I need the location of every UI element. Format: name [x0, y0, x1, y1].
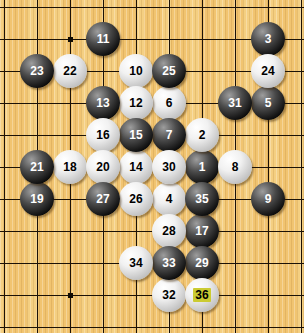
stone-1[interactable]: 1 — [185, 150, 219, 184]
move-number: 6 — [166, 96, 173, 110]
stone-35[interactable]: 35 — [185, 182, 219, 216]
star-point — [68, 293, 73, 298]
move-number: 7 — [166, 128, 173, 142]
stone-27[interactable]: 27 — [86, 182, 120, 216]
stone-8[interactable]: 8 — [218, 150, 252, 184]
stone-17[interactable]: 17 — [185, 214, 219, 248]
move-number: 28 — [162, 224, 175, 238]
stone-16[interactable]: 16 — [86, 118, 120, 152]
stone-15[interactable]: 15 — [119, 118, 153, 152]
stone-19[interactable]: 19 — [20, 182, 54, 216]
grid-line-horizontal — [0, 327, 304, 328]
move-number: 13 — [96, 96, 109, 110]
move-number-last-move: 36 — [193, 288, 210, 302]
move-number: 32 — [162, 288, 175, 302]
move-number: 17 — [195, 224, 208, 238]
go-board[interactable]: 1234567891011121314151617181920212223242… — [0, 0, 304, 333]
stone-36[interactable]: 36 — [185, 278, 219, 312]
move-number: 29 — [195, 256, 208, 270]
stone-22[interactable]: 22 — [53, 54, 87, 88]
stone-14[interactable]: 14 — [119, 150, 153, 184]
move-number: 25 — [162, 64, 175, 78]
stone-3[interactable]: 3 — [251, 22, 285, 56]
move-number: 33 — [162, 256, 175, 270]
move-number: 12 — [129, 96, 142, 110]
move-number: 18 — [63, 160, 76, 174]
grid-line-horizontal — [0, 7, 304, 8]
stone-34[interactable]: 34 — [119, 246, 153, 280]
move-number: 10 — [129, 64, 142, 78]
stone-25[interactable]: 25 — [152, 54, 186, 88]
move-number: 9 — [265, 192, 272, 206]
move-number: 5 — [265, 96, 272, 110]
move-number: 31 — [228, 96, 241, 110]
stone-18[interactable]: 18 — [53, 150, 87, 184]
stone-10[interactable]: 10 — [119, 54, 153, 88]
stone-7[interactable]: 7 — [152, 118, 186, 152]
move-number: 4 — [166, 192, 173, 206]
stone-21[interactable]: 21 — [20, 150, 54, 184]
move-number: 2 — [199, 128, 206, 142]
stone-32[interactable]: 32 — [152, 278, 186, 312]
stone-24[interactable]: 24 — [251, 54, 285, 88]
move-number: 11 — [97, 32, 110, 46]
stone-6[interactable]: 6 — [152, 86, 186, 120]
stone-31[interactable]: 31 — [218, 86, 252, 120]
move-number: 30 — [162, 160, 175, 174]
move-number: 1 — [199, 160, 206, 174]
move-number: 27 — [96, 192, 109, 206]
stone-9[interactable]: 9 — [251, 182, 285, 216]
star-point — [68, 37, 73, 42]
stone-13[interactable]: 13 — [86, 86, 120, 120]
stone-33[interactable]: 33 — [152, 246, 186, 280]
move-number: 14 — [129, 160, 142, 174]
stone-28[interactable]: 28 — [152, 214, 186, 248]
screenshot-stage: 1234567891011121314151617181920212223242… — [0, 0, 304, 333]
move-number: 24 — [261, 64, 274, 78]
move-number: 8 — [232, 160, 239, 174]
move-number: 20 — [96, 160, 109, 174]
move-number: 3 — [265, 32, 272, 46]
stone-12[interactable]: 12 — [119, 86, 153, 120]
move-number: 15 — [129, 128, 142, 142]
stone-30[interactable]: 30 — [152, 150, 186, 184]
stone-23[interactable]: 23 — [20, 54, 54, 88]
move-number: 34 — [129, 256, 142, 270]
move-number: 21 — [30, 160, 43, 174]
move-number: 23 — [30, 64, 43, 78]
stone-20[interactable]: 20 — [86, 150, 120, 184]
stone-4[interactable]: 4 — [152, 182, 186, 216]
stone-11[interactable]: 11 — [86, 22, 120, 56]
move-number: 16 — [96, 128, 109, 142]
move-number: 22 — [63, 64, 76, 78]
stone-26[interactable]: 26 — [119, 182, 153, 216]
move-number: 19 — [30, 192, 43, 206]
move-number: 26 — [129, 192, 142, 206]
move-number: 35 — [195, 192, 208, 206]
stone-5[interactable]: 5 — [251, 86, 285, 120]
stone-29[interactable]: 29 — [185, 246, 219, 280]
stone-2[interactable]: 2 — [185, 118, 219, 152]
